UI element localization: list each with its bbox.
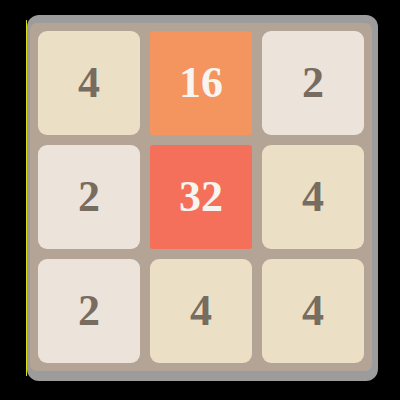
tile-grid: 41622324244 xyxy=(38,31,364,363)
tile-r3c3: 4 xyxy=(262,259,364,363)
tile-r2c1: 2 xyxy=(38,145,140,249)
tile-r2c2: 32 xyxy=(150,145,252,249)
game-board[interactable]: 41622324244 xyxy=(30,23,372,371)
tile-r1c2: 16 xyxy=(150,31,252,135)
tile-r1c3: 2 xyxy=(262,31,364,135)
left-edge-highlight xyxy=(26,20,27,376)
tile-r3c1: 2 xyxy=(38,259,140,363)
tile-r2c3: 4 xyxy=(262,145,364,249)
tile-r1c1: 4 xyxy=(38,31,140,135)
screenshot-background: 41622324244 xyxy=(0,0,400,400)
board-outer-rim: 41622324244 xyxy=(27,15,378,381)
tile-r3c2: 4 xyxy=(150,259,252,363)
